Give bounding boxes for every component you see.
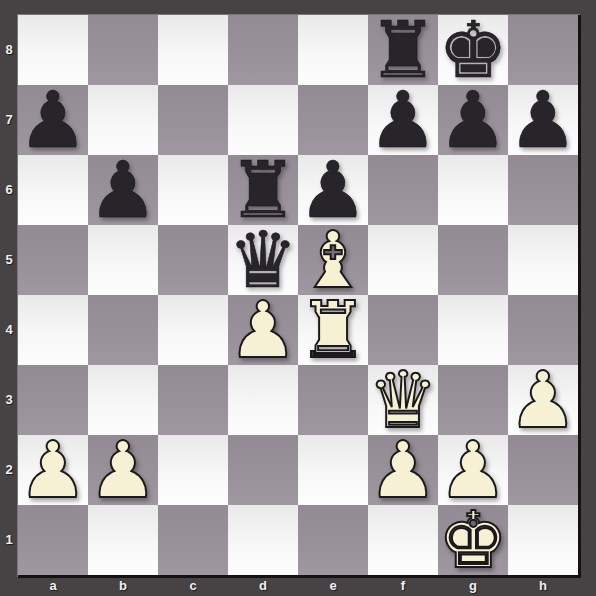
piece-white-pawn: ♟ xyxy=(368,435,438,505)
rank-label-2: 2 xyxy=(0,435,18,505)
square-c7[interactable] xyxy=(158,85,228,155)
square-h6[interactable] xyxy=(508,155,578,225)
square-c3[interactable] xyxy=(158,365,228,435)
square-d3[interactable] xyxy=(228,365,298,435)
square-f7[interactable]: ♟ xyxy=(368,85,438,155)
square-c6[interactable] xyxy=(158,155,228,225)
square-e2[interactable] xyxy=(298,435,368,505)
file-label-d: d xyxy=(228,577,298,596)
file-label-h: h xyxy=(508,577,578,596)
piece-white-rook: ♜ xyxy=(298,295,368,365)
file-label-a: a xyxy=(18,577,88,596)
rank-label-8: 8 xyxy=(0,15,18,85)
square-f1[interactable] xyxy=(368,505,438,575)
board-frame: 87654321 ♜♚♟♟♟♟♟♜♟♛♝♟♜♛♟♟♟♟♟♚ abcdefgh xyxy=(0,0,596,596)
square-b4[interactable] xyxy=(88,295,158,365)
rank-label-3: 3 xyxy=(0,365,18,435)
square-a1[interactable] xyxy=(18,505,88,575)
square-d4[interactable]: ♟ xyxy=(228,295,298,365)
file-label-c: c xyxy=(158,577,228,596)
square-f2[interactable]: ♟ xyxy=(368,435,438,505)
square-h1[interactable] xyxy=(508,505,578,575)
piece-black-pawn: ♟ xyxy=(368,85,438,155)
rank-labels: 87654321 xyxy=(0,15,18,575)
piece-white-pawn: ♟ xyxy=(18,435,88,505)
square-b8[interactable] xyxy=(88,15,158,85)
square-e1[interactable] xyxy=(298,505,368,575)
piece-black-pawn: ♟ xyxy=(508,85,578,155)
rank-label-5: 5 xyxy=(0,225,18,295)
square-d2[interactable] xyxy=(228,435,298,505)
square-c4[interactable] xyxy=(158,295,228,365)
file-label-f: f xyxy=(368,577,438,596)
square-h3[interactable]: ♟ xyxy=(508,365,578,435)
square-g1[interactable]: ♚ xyxy=(438,505,508,575)
file-label-g: g xyxy=(438,577,508,596)
file-labels: abcdefgh xyxy=(18,577,578,596)
piece-black-pawn: ♟ xyxy=(88,155,158,225)
square-f6[interactable] xyxy=(368,155,438,225)
square-c2[interactable] xyxy=(158,435,228,505)
square-g4[interactable] xyxy=(438,295,508,365)
square-b1[interactable] xyxy=(88,505,158,575)
rank-label-4: 4 xyxy=(0,295,18,365)
square-c5[interactable] xyxy=(158,225,228,295)
square-e4[interactable]: ♜ xyxy=(298,295,368,365)
square-d1[interactable] xyxy=(228,505,298,575)
square-a6[interactable] xyxy=(18,155,88,225)
square-d8[interactable] xyxy=(228,15,298,85)
rank-label-1: 1 xyxy=(0,505,18,575)
square-a4[interactable] xyxy=(18,295,88,365)
file-label-e: e xyxy=(298,577,368,596)
piece-white-king: ♚ xyxy=(438,505,508,575)
piece-white-pawn: ♟ xyxy=(508,365,578,435)
square-g5[interactable] xyxy=(438,225,508,295)
square-h7[interactable]: ♟ xyxy=(508,85,578,155)
square-f5[interactable] xyxy=(368,225,438,295)
square-b2[interactable]: ♟ xyxy=(88,435,158,505)
square-b5[interactable] xyxy=(88,225,158,295)
square-a2[interactable]: ♟ xyxy=(18,435,88,505)
rank-label-7: 7 xyxy=(0,85,18,155)
piece-black-pawn: ♟ xyxy=(18,85,88,155)
piece-white-pawn: ♟ xyxy=(228,295,298,365)
piece-black-pawn: ♟ xyxy=(438,85,508,155)
rank-label-6: 6 xyxy=(0,155,18,225)
chess-board: ♜♚♟♟♟♟♟♜♟♛♝♟♜♛♟♟♟♟♟♚ xyxy=(18,15,581,578)
square-g7[interactable]: ♟ xyxy=(438,85,508,155)
square-c8[interactable] xyxy=(158,15,228,85)
square-a7[interactable]: ♟ xyxy=(18,85,88,155)
piece-white-pawn: ♟ xyxy=(88,435,158,505)
square-h2[interactable] xyxy=(508,435,578,505)
square-a5[interactable] xyxy=(18,225,88,295)
square-g6[interactable] xyxy=(438,155,508,225)
square-c1[interactable] xyxy=(158,505,228,575)
file-label-b: b xyxy=(88,577,158,596)
square-b6[interactable]: ♟ xyxy=(88,155,158,225)
square-h5[interactable] xyxy=(508,225,578,295)
square-e3[interactable] xyxy=(298,365,368,435)
square-e8[interactable] xyxy=(298,15,368,85)
